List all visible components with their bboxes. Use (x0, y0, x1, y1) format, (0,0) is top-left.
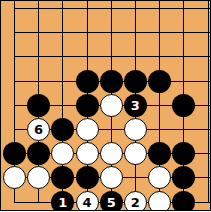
black-stone (172, 191, 195, 212)
white-stone (148, 191, 171, 212)
black-stone (27, 142, 50, 165)
black-stone (3, 142, 26, 165)
black-stone-move-5: 5 (100, 191, 123, 212)
white-stone (76, 118, 99, 141)
white-stone (124, 118, 147, 141)
white-stone (100, 142, 123, 165)
black-stone-move-3: 3 (124, 94, 147, 117)
white-stone (3, 166, 26, 189)
black-stone (51, 118, 74, 141)
black-stone-move-1: 1 (51, 191, 74, 212)
grid-line-horizontal (14, 8, 211, 9)
white-stone-move-6: 6 (27, 118, 50, 141)
white-stone (100, 94, 123, 117)
black-stone (148, 70, 171, 93)
grid-line-horizontal (14, 32, 211, 33)
black-stone (100, 70, 123, 93)
go-board: 361452 (0, 0, 211, 211)
black-stone (172, 166, 195, 189)
black-stone (76, 94, 99, 117)
black-stone (172, 94, 195, 117)
black-stone (172, 142, 195, 165)
black-stone (76, 166, 99, 189)
white-stone (76, 142, 99, 165)
black-stone (27, 94, 50, 117)
white-stone-move-4: 4 (76, 191, 99, 212)
white-stone (51, 142, 74, 165)
black-stone (124, 70, 147, 93)
white-stone-move-2: 2 (124, 191, 147, 212)
grid-line-vertical (208, 1, 209, 203)
grid-line-horizontal (14, 56, 211, 57)
white-stone (100, 166, 123, 189)
black-stone (51, 166, 74, 189)
black-stone (148, 142, 171, 165)
white-stone (27, 166, 50, 189)
white-stone (124, 142, 147, 165)
white-stone (148, 166, 171, 189)
black-stone (76, 70, 99, 93)
